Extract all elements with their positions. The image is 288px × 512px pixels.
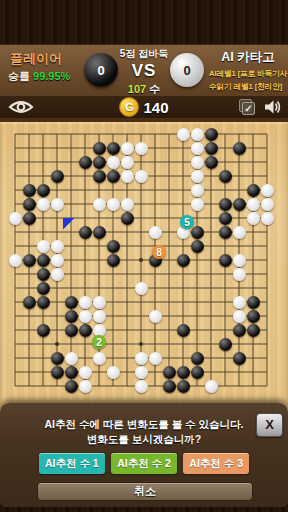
white-stone xyxy=(135,142,148,155)
black-stone xyxy=(247,296,260,309)
white-stone xyxy=(79,380,92,393)
black-stone xyxy=(191,352,204,365)
white-stone xyxy=(107,366,120,379)
white-stone xyxy=(233,310,246,323)
black-stone xyxy=(51,170,64,183)
black-stone xyxy=(107,142,120,155)
white-stone xyxy=(191,198,204,211)
white-stone xyxy=(51,240,64,253)
black-stone xyxy=(233,142,246,155)
black-stone xyxy=(65,366,78,379)
white-stone xyxy=(37,198,50,211)
white-stone xyxy=(233,226,246,239)
black-stone xyxy=(191,226,204,239)
ai-suggestion-3-button[interactable]: AI추천 수 3 xyxy=(183,453,249,474)
black-stone xyxy=(37,324,50,337)
white-stone xyxy=(261,184,274,197)
black-stone xyxy=(37,282,50,295)
white-stone xyxy=(135,282,148,295)
black-stone xyxy=(65,380,78,393)
black-stone xyxy=(177,254,190,267)
black-stone xyxy=(177,366,190,379)
ai-reading-level: 수읽기 레벨1 [천리안] xyxy=(209,82,287,92)
white-stone xyxy=(191,156,204,169)
white-stone xyxy=(191,170,204,183)
black-stone xyxy=(37,296,50,309)
white-stone xyxy=(121,142,134,155)
black-stone xyxy=(79,226,92,239)
black-stone xyxy=(219,198,232,211)
white-stone xyxy=(191,142,204,155)
black-stone xyxy=(205,142,218,155)
player-name: 플레이어 xyxy=(10,50,62,68)
black-stone xyxy=(107,170,120,183)
white-stone xyxy=(135,170,148,183)
white-stone xyxy=(149,352,162,365)
white-stone xyxy=(121,198,134,211)
move-counter: 107 수 xyxy=(118,82,170,97)
white-stone xyxy=(149,310,162,323)
white-stone xyxy=(9,254,22,267)
black-stone xyxy=(37,268,50,281)
white-stone xyxy=(247,198,260,211)
white-stone xyxy=(107,198,120,211)
ai-suggestion-dialog: AI추천 수에 따른 변화도를 볼 수 있습니다. 변화도를 보시겠습니까? X… xyxy=(0,402,288,507)
white-stone xyxy=(93,352,106,365)
black-stone xyxy=(23,296,36,309)
black-stone xyxy=(79,156,92,169)
black-stone xyxy=(65,310,78,323)
game-type: 5점 접바둑 xyxy=(104,47,184,61)
white-stone xyxy=(177,128,190,141)
black-stone xyxy=(51,366,64,379)
white-stone xyxy=(93,310,106,323)
black-stone xyxy=(51,352,64,365)
white-stone xyxy=(233,254,246,267)
white-stone xyxy=(65,352,78,365)
black-stone xyxy=(163,366,176,379)
black-stone xyxy=(65,296,78,309)
white-stone xyxy=(107,156,120,169)
white-stone xyxy=(149,226,162,239)
dialog-text-line2: 변화도를 보시겠습니까? xyxy=(0,433,288,447)
black-stone xyxy=(177,324,190,337)
move-unit: 수 xyxy=(149,83,160,95)
black-stone xyxy=(247,324,260,337)
black-stone xyxy=(219,170,232,183)
move-count: 107 xyxy=(128,83,146,95)
black-stone xyxy=(219,212,232,225)
black-captures-count: 0 xyxy=(97,63,104,78)
black-stone xyxy=(107,240,120,253)
white-stone xyxy=(135,366,148,379)
go-board[interactable]: 582 xyxy=(0,118,288,416)
speaker-icon[interactable] xyxy=(264,99,281,119)
winrate-label: 승률 xyxy=(8,70,30,82)
ai-suggestion-badge-5: 5 xyxy=(180,215,194,229)
match-header: 플레이어 승률 99.95% 0 5점 접바둑 VS 107 수 흑 17집 승… xyxy=(0,44,288,99)
white-captures-count: 0 xyxy=(183,63,190,78)
white-stone xyxy=(79,366,92,379)
last-move-triangle-marker xyxy=(63,218,74,229)
black-stone xyxy=(233,198,246,211)
app-background: 플레이어 승률 99.95% 0 5점 접바둑 VS 107 수 흑 17집 승… xyxy=(0,0,288,512)
ai-name: AI 카타고 xyxy=(209,49,287,66)
white-stone xyxy=(135,352,148,365)
black-stone xyxy=(37,254,50,267)
black-stone xyxy=(107,254,120,267)
vs-label: VS xyxy=(118,61,170,81)
coin-icon: G xyxy=(119,97,139,117)
white-stone xyxy=(121,170,134,183)
white-stone xyxy=(93,198,106,211)
black-stone xyxy=(219,254,232,267)
black-stone xyxy=(93,142,106,155)
black-stone xyxy=(191,366,204,379)
black-stone xyxy=(121,212,134,225)
black-stone xyxy=(219,338,232,351)
black-stone xyxy=(191,240,204,253)
ai-level: AI레벨1 [프로 바둑기사+] xyxy=(209,69,287,79)
black-stone xyxy=(37,184,50,197)
white-captures-tray: 0 xyxy=(170,53,204,87)
black-stone xyxy=(23,254,36,267)
black-stone xyxy=(65,324,78,337)
cancel-button[interactable]: 취소 xyxy=(37,482,253,501)
black-stone xyxy=(79,324,92,337)
white-stone xyxy=(135,380,148,393)
white-stone xyxy=(261,212,274,225)
ai-suggestion-2-button[interactable]: AI추천 수 2 xyxy=(111,453,177,474)
black-stone xyxy=(247,184,260,197)
white-stone xyxy=(9,212,22,225)
white-stone xyxy=(205,380,218,393)
black-stone xyxy=(93,170,106,183)
black-stone xyxy=(23,198,36,211)
close-icon[interactable]: X xyxy=(256,413,283,437)
black-stone xyxy=(205,128,218,141)
black-stone xyxy=(219,226,232,239)
white-stone xyxy=(233,268,246,281)
white-stone xyxy=(51,198,64,211)
ai-suggestion-1-button[interactable]: AI추천 수 1 xyxy=(39,453,105,474)
black-stone xyxy=(233,352,246,365)
white-stone xyxy=(93,296,106,309)
white-stone xyxy=(261,198,274,211)
white-stone xyxy=(233,296,246,309)
white-stone xyxy=(191,184,204,197)
white-stone xyxy=(51,268,64,281)
white-stone xyxy=(121,156,134,169)
player-winrate: 승률 99.95% xyxy=(8,69,70,84)
black-stone xyxy=(233,324,246,337)
suggestion-buttons: AI추천 수 1 AI추천 수 2 AI추천 수 3 xyxy=(39,453,249,474)
black-stone xyxy=(205,156,218,169)
black-stone xyxy=(23,184,36,197)
dialog-text-line1: AI추천 수에 따른 변화도를 볼 수 있습니다. xyxy=(0,418,288,432)
white-stone xyxy=(191,128,204,141)
black-stone xyxy=(163,380,176,393)
toolbar: G 140 ✓ xyxy=(0,96,288,118)
black-stone xyxy=(247,310,260,323)
white-stone xyxy=(247,212,260,225)
ai-info: AI 카타고 AI레벨1 [프로 바둑기사+] 수읽기 레벨1 [천리안] xyxy=(209,49,287,92)
ai-suggestion-badge-2: 2 xyxy=(92,335,106,349)
white-stone xyxy=(51,254,64,267)
winrate-value: 99.95% xyxy=(33,70,70,82)
black-stone xyxy=(93,156,106,169)
checkbox-icon[interactable]: ✓ xyxy=(239,99,254,114)
coin-amount: 140 xyxy=(143,99,168,116)
white-stone xyxy=(37,240,50,253)
ai-suggestion-badge-8: 8 xyxy=(152,245,166,259)
white-stone xyxy=(79,296,92,309)
white-stone xyxy=(79,310,92,323)
black-stone xyxy=(93,226,106,239)
black-stone xyxy=(23,212,36,225)
black-stone xyxy=(177,380,190,393)
